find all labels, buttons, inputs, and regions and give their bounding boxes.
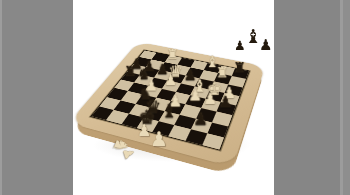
black-pawn-g2[interactable]: ♟ xyxy=(193,111,208,128)
captured-white-pawn-icon[interactable]: ♟ xyxy=(150,129,168,149)
black-rook-a5[interactable]: ♜ xyxy=(124,65,137,79)
white-pawn-d5[interactable]: ♟ xyxy=(164,73,177,88)
captured-black-pawn-icon[interactable]: ♟ xyxy=(259,38,272,53)
captured-light-pieces-tray: ♞ ♟ ♟ ♟ xyxy=(110,120,174,168)
white-rook-c8[interactable]: ♜ xyxy=(167,48,179,61)
captured-black-pawn-icon[interactable]: ♟ xyxy=(234,39,246,52)
black-bishop-e2[interactable]: ♝ xyxy=(161,102,178,121)
captured-white-pawn-lying-icon[interactable]: ♟ xyxy=(121,146,137,161)
captured-dark-pieces-tray: ♟ ♝ ♟ xyxy=(228,24,276,62)
white-pawn-g4[interactable]: ♟ xyxy=(203,92,217,108)
black-pawn-h4[interactable]: ♟ xyxy=(219,95,233,111)
black-rook-h8[interactable]: ♜ xyxy=(234,61,247,75)
viewport: ♜♝♜♜♟♟♟♛♟♜♞♟♝♚♟♟♟♟♟♞♟♛♝♟♚ ♟ ♝ ♟ ♞ ♟ ♟ ♟ xyxy=(0,0,350,195)
square-h8: ♜ xyxy=(232,68,249,79)
white-pawn-f4[interactable]: ♟ xyxy=(188,88,202,104)
